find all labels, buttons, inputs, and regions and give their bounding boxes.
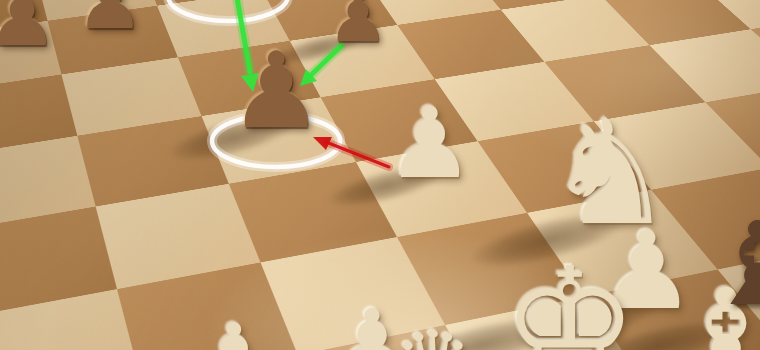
shadowed-unknown-g2[interactable]: ♝ xyxy=(705,207,760,322)
white-pawn-d2[interactable]: ♟ xyxy=(329,297,414,350)
black-pawn-e6[interactable]: ♟ xyxy=(328,0,389,52)
black-pawn-d5[interactable]: ♟ xyxy=(229,39,323,144)
white-pawn-e4[interactable]: ♟ xyxy=(386,94,474,192)
white-pawn-c2[interactable]: ♟ xyxy=(194,312,275,350)
chess-3d-scene: ♟♟♟♟♟♞♟♚♝♛♟♟♟♝ xyxy=(0,0,760,350)
black-pawn-c7[interactable]: ♟ xyxy=(76,0,144,40)
white-king-e1[interactable]: ♚ xyxy=(502,248,638,350)
black-pawn-b7[interactable]: ♟ xyxy=(0,0,58,58)
